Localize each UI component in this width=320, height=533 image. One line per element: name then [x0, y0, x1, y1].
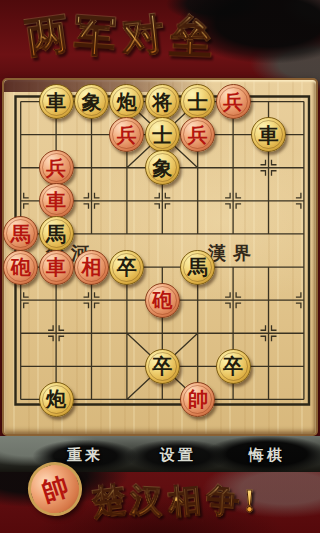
piece-char: 馬	[188, 257, 208, 277]
piece-炮-3-0[interactable]: 炮	[109, 84, 144, 119]
piece-馬-0-4[interactable]: 馬	[3, 216, 38, 251]
piece-兵-5-1[interactable]: 兵	[180, 117, 215, 152]
piece-卒-4-8[interactable]: 卒	[145, 349, 180, 384]
banner-glyph: 相	[166, 477, 203, 526]
piece-象-2-0[interactable]: 象	[74, 84, 109, 119]
piece-char: 砲	[152, 290, 172, 310]
piece-砲-0-5[interactable]: 砲	[3, 250, 38, 285]
piece-車-7-1[interactable]: 車	[251, 117, 286, 152]
piece-車-1-3[interactable]: 車	[39, 183, 74, 218]
banner-glyph: 垒	[169, 7, 213, 64]
header-banner: 两军对垒	[0, 0, 320, 78]
piece-兵-6-0[interactable]: 兵	[216, 84, 251, 119]
piece-卒-6-8[interactable]: 卒	[216, 349, 251, 384]
piece-char: 兵	[223, 92, 243, 112]
footer-slogan: 楚汉相争!	[92, 478, 260, 524]
piece-士-4-1[interactable]: 士	[145, 117, 180, 152]
piece-char: 兵	[46, 158, 66, 178]
piece-char: 車	[46, 92, 66, 112]
banner-glyph: 楚	[89, 476, 127, 526]
piece-char: 車	[46, 191, 66, 211]
piece-帥-5-9[interactable]: 帥	[180, 382, 215, 417]
page-title: 两军对垒	[26, 8, 256, 64]
piece-char: 炮	[46, 389, 66, 409]
banner-glyph: !	[244, 478, 255, 524]
piece-兵-1-2[interactable]: 兵	[39, 150, 74, 185]
banner-glyph: 军	[72, 7, 118, 66]
piece-char: 兵	[188, 125, 208, 145]
piece-馬-1-4[interactable]: 馬	[39, 216, 74, 251]
banner-glyph: 两	[22, 5, 71, 66]
piece-卒-3-5[interactable]: 卒	[109, 250, 144, 285]
pieces-grid: 車象炮将士兵兵士兵車兵象車馬馬砲車相卒馬砲卒卒炮帥	[3, 85, 320, 416]
banner-glyph: 争	[204, 477, 240, 525]
piece-車-1-5[interactable]: 車	[39, 250, 74, 285]
undo-move-button[interactable]: 悔棋	[243, 445, 291, 466]
piece-char: 馬	[11, 224, 31, 244]
xiangqi-board: 楚河 漢界 車象炮将士兵兵士兵車兵象車馬馬砲車相卒馬砲卒卒炮帥	[2, 78, 318, 436]
piece-char: 馬	[46, 224, 66, 244]
piece-炮-1-9[interactable]: 炮	[39, 382, 74, 417]
piece-char: 卒	[152, 356, 172, 376]
piece-兵-3-1[interactable]: 兵	[109, 117, 144, 152]
piece-char: 車	[258, 125, 278, 145]
piece-char: 相	[81, 257, 101, 277]
piece-char: 士	[188, 92, 208, 112]
piece-士-5-0[interactable]: 士	[180, 84, 215, 119]
xiangqi-app: 两军对垒 楚河 漢界 車象炮将士兵兵士兵車兵象車馬馬砲車相卒馬砲卒卒炮帥 重来 …	[0, 0, 320, 533]
banner-glyph: 汉	[129, 477, 164, 525]
piece-砲-4-6[interactable]: 砲	[145, 283, 180, 318]
piece-char: 象	[81, 92, 101, 112]
piece-char: 車	[46, 257, 66, 277]
restart-button[interactable]: 重来	[61, 445, 109, 466]
banner-glyph: 对	[119, 6, 167, 66]
piece-char: 象	[152, 158, 172, 178]
settings-button[interactable]: 设置	[154, 445, 202, 466]
piece-相-2-5[interactable]: 相	[74, 250, 109, 285]
piece-char: 士	[152, 125, 172, 145]
piece-馬-5-5[interactable]: 馬	[180, 250, 215, 285]
piece-char: 卒	[223, 356, 243, 376]
piece-char: 炮	[117, 92, 137, 112]
piece-char: 砲	[11, 257, 31, 277]
piece-char: 兵	[117, 125, 137, 145]
piece-将-4-0[interactable]: 将	[145, 84, 180, 119]
piece-車-1-0[interactable]: 車	[39, 84, 74, 119]
piece-char: 卒	[117, 257, 137, 277]
piece-char: 将	[152, 92, 172, 112]
piece-象-4-2[interactable]: 象	[145, 150, 180, 185]
piece-char: 帥	[188, 389, 208, 409]
